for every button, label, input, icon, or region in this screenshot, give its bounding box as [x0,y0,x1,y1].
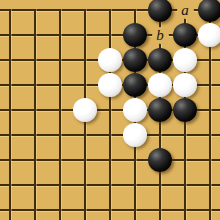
white-stone [173,73,197,97]
white-stone [198,23,220,47]
grid-vertical-line [9,9,11,220]
black-stone [148,48,172,72]
black-stone [123,48,147,72]
white-stone [173,48,197,72]
white-stone [148,73,172,97]
white-stone [123,123,147,147]
white-stone [98,48,122,72]
white-stone [123,98,147,122]
point-label-b: b [152,27,169,44]
white-stone [98,73,122,97]
grid-vertical-line [59,9,61,220]
black-stone [148,98,172,122]
black-stone [173,23,197,47]
black-stone [123,23,147,47]
grid-vertical-line [34,9,36,220]
go-board: ab [0,0,220,220]
white-stone [73,98,97,122]
black-stone [148,0,172,22]
black-stone [173,98,197,122]
black-stone [148,148,172,172]
point-label-a: a [177,2,194,19]
black-stone [123,73,147,97]
black-stone [198,0,220,22]
grid-vertical-line [109,9,111,220]
